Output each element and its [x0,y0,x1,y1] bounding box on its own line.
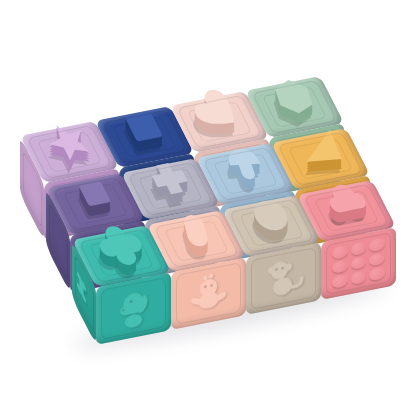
mushroom-knob-side [212,148,278,199]
mushroom-knob [212,148,278,199]
square-knob [111,111,177,162]
front-emboss [255,248,312,307]
cylinder-knob-side [238,198,304,249]
mushroom-knob-side [212,146,278,197]
heart-knob [186,96,252,147]
triangle-knob-side [287,131,353,182]
star-knob-side [36,124,102,175]
hexagon-icon [261,71,327,122]
bump-8 [351,270,367,285]
cross-knob-side [137,163,203,214]
knob-shadow [184,100,250,151]
bump-2 [351,241,367,256]
knob-shadow [161,219,227,270]
cylinder-knob-side [238,200,304,251]
square-small-knob-side [62,176,128,227]
product-photo-soft-blocks: Twelve pastel soft silicone baby stackin… [0,0,416,416]
triangle-knob [287,133,353,184]
front-emboss [105,278,162,337]
square-knob-side [111,109,177,160]
knob-shadow [236,204,302,255]
star-knob-side [36,126,102,177]
knob-shadow [34,130,100,181]
triangle-knob-side [287,133,353,184]
bump-9 [369,267,385,282]
oval-knob-side [163,213,229,264]
square-knob-side [111,104,177,155]
clover-knob-side [88,230,154,281]
heart-knob-side [186,94,252,145]
dog-icon [105,278,162,337]
knob-shadow [109,115,175,166]
bump-4 [332,259,348,274]
cross-knob [137,163,203,214]
cloud-knob-side [313,183,379,234]
oval-knob [163,215,229,266]
knob-shadow [311,189,377,240]
knob-shadow [259,85,325,136]
knob-shadow [60,182,126,233]
star-icon [36,116,102,167]
square-knob-side [111,106,177,157]
square-small-knob [62,178,128,229]
hexagon-knob-side [261,81,327,132]
square-icon [111,101,177,152]
cloud-knob-side [313,185,379,236]
bump-grid [332,237,385,289]
front-emboss [180,263,237,322]
chick-icon [180,263,237,322]
hexagon-knob-side [261,79,327,130]
clover-knob-side [88,228,154,279]
star-knob-side [36,121,102,172]
clover-knob [88,230,154,281]
oval-knob-side [163,215,229,266]
heart-knob-side [186,91,252,142]
hexagon-knob-side [261,76,327,127]
cloud-knob [313,185,379,236]
square-knob-side [111,111,177,162]
knob-shadow [210,152,276,203]
square-small-knob-side [62,178,128,229]
bump-7 [332,274,348,289]
knob-shadow [285,137,351,188]
bump-5 [351,256,367,271]
heart-knob-side [186,89,252,140]
heart-icon [186,86,252,137]
monkey-icon [255,248,312,307]
cylinder-knob [238,200,304,251]
bump-3 [369,237,385,252]
heart-knob-side [186,96,252,147]
bump-6 [369,252,385,267]
hexagon-knob [261,81,327,132]
cross-knob-side [137,161,203,212]
hexagon-knob-side [261,74,327,125]
knob-shadow [86,234,152,285]
bump-1 [332,245,348,260]
star-knob-side [36,119,102,170]
star-knob [36,126,102,177]
knob-shadow [135,167,201,218]
